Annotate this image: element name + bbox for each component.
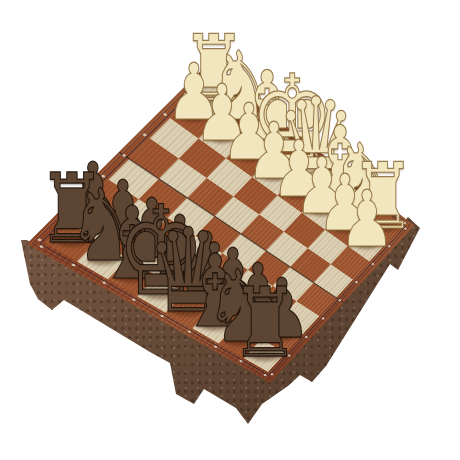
product-photo-scene: ♜♞♝♛♚♝♞♜♟♟♟♟♟♟♟♟♟♟♟♟♟♟♟♟♜♞♝♛♚♝♞♜	[0, 0, 460, 460]
piece-black-rook-a8: ♜	[230, 275, 299, 371]
pieces-layer: ♜♞♝♛♚♝♞♜♟♟♟♟♟♟♟♟♟♟♟♟♟♟♟♟♜♞♝♛♚♝♞♜	[0, 0, 460, 460]
piece-white-pawn-a2: ♟	[339, 180, 395, 258]
